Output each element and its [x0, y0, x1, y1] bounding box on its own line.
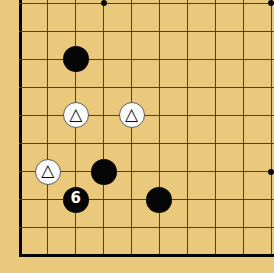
black-stone[interactable]: 6 [63, 187, 89, 213]
triangle-mark-icon: △ [125, 106, 138, 123]
go-board[interactable]: △△△6 [0, 0, 274, 273]
white-stone[interactable]: △ [35, 159, 61, 185]
intersection-B4[interactable]: △ [34, 158, 62, 186]
intersection-F3[interactable] [146, 186, 174, 214]
black-stone[interactable] [63, 46, 89, 72]
intersection-E6[interactable]: △ [118, 101, 146, 129]
stones-grid: △△△6 [6, 0, 274, 270]
move-number-label: 6 [71, 191, 81, 206]
black-stone[interactable] [91, 159, 117, 185]
intersection-D4[interactable] [90, 158, 118, 186]
intersection-C8[interactable] [62, 45, 90, 73]
black-stone[interactable] [146, 187, 172, 213]
triangle-mark-icon: △ [69, 106, 82, 123]
triangle-mark-icon: △ [41, 162, 54, 179]
intersection-C6[interactable]: △ [62, 101, 90, 129]
white-stone[interactable]: △ [63, 102, 89, 128]
white-stone[interactable]: △ [119, 102, 145, 128]
intersection-C3[interactable]: 6 [62, 186, 90, 214]
